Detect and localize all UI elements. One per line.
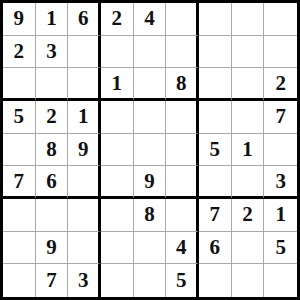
sudoku-board: 916242318252178951769387219465735: [0, 0, 300, 300]
sudoku-cell-empty-r2c3[interactable]: [68, 36, 101, 69]
sudoku-cell-empty-r3c2[interactable]: [36, 68, 69, 101]
sudoku-cell-given-r3c6: 8: [166, 68, 199, 101]
sudoku-cell-empty-r4c5[interactable]: [134, 101, 167, 134]
sudoku-cell-given-r5c2: 8: [36, 134, 69, 167]
sudoku-cell-empty-r9c8[interactable]: [232, 264, 265, 297]
sudoku-cell-given-r8c2: 9: [36, 232, 69, 265]
sudoku-cell-given-r1c4: 2: [101, 3, 134, 36]
sudoku-cell-empty-r4c4[interactable]: [101, 101, 134, 134]
sudoku-cell-given-r7c9: 1: [264, 199, 297, 232]
sudoku-cell-empty-r8c5[interactable]: [134, 232, 167, 265]
sudoku-cell-given-r2c2: 3: [36, 36, 69, 69]
sudoku-cell-empty-r2c4[interactable]: [101, 36, 134, 69]
sudoku-cell-given-r1c5: 4: [134, 3, 167, 36]
sudoku-cell-given-r1c1: 9: [3, 3, 36, 36]
sudoku-cell-empty-r2c5[interactable]: [134, 36, 167, 69]
sudoku-cell-empty-r9c5[interactable]: [134, 264, 167, 297]
sudoku-cell-empty-r8c3[interactable]: [68, 232, 101, 265]
sudoku-cell-empty-r5c6[interactable]: [166, 134, 199, 167]
sudoku-cell-given-r5c8: 1: [232, 134, 265, 167]
sudoku-cell-empty-r3c1[interactable]: [3, 68, 36, 101]
sudoku-cell-given-r7c7: 7: [199, 199, 232, 232]
sudoku-cell-empty-r1c8[interactable]: [232, 3, 265, 36]
sudoku-cell-given-r8c7: 6: [199, 232, 232, 265]
sudoku-cell-empty-r5c9[interactable]: [264, 134, 297, 167]
sudoku-cell-given-r6c5: 9: [134, 166, 167, 199]
sudoku-cell-given-r4c1: 5: [3, 101, 36, 134]
sudoku-cell-empty-r3c3[interactable]: [68, 68, 101, 101]
sudoku-cell-empty-r8c8[interactable]: [232, 232, 265, 265]
sudoku-cell-given-r6c2: 6: [36, 166, 69, 199]
sudoku-cell-empty-r5c4[interactable]: [101, 134, 134, 167]
sudoku-cell-given-r1c3: 6: [68, 3, 101, 36]
sudoku-cell-empty-r4c6[interactable]: [166, 101, 199, 134]
sudoku-cell-given-r6c1: 7: [3, 166, 36, 199]
sudoku-cell-empty-r3c5[interactable]: [134, 68, 167, 101]
sudoku-cell-given-r4c2: 2: [36, 101, 69, 134]
sudoku-cell-given-r9c6: 5: [166, 264, 199, 297]
sudoku-cell-given-r5c3: 9: [68, 134, 101, 167]
sudoku-cell-empty-r7c2[interactable]: [36, 199, 69, 232]
sudoku-cell-empty-r1c9[interactable]: [264, 3, 297, 36]
sudoku-cell-empty-r3c8[interactable]: [232, 68, 265, 101]
sudoku-cell-empty-r6c4[interactable]: [101, 166, 134, 199]
sudoku-cell-empty-r5c1[interactable]: [3, 134, 36, 167]
sudoku-cell-given-r2c1: 2: [3, 36, 36, 69]
sudoku-cell-empty-r9c7[interactable]: [199, 264, 232, 297]
sudoku-cell-given-r4c3: 1: [68, 101, 101, 134]
sudoku-cell-given-r9c3: 3: [68, 264, 101, 297]
sudoku-cell-empty-r6c6[interactable]: [166, 166, 199, 199]
sudoku-cell-empty-r9c4[interactable]: [101, 264, 134, 297]
sudoku-cell-given-r6c9: 3: [264, 166, 297, 199]
sudoku-cell-given-r8c9: 5: [264, 232, 297, 265]
sudoku-cell-empty-r7c3[interactable]: [68, 199, 101, 232]
sudoku-cell-empty-r7c1[interactable]: [3, 199, 36, 232]
sudoku-cell-given-r5c7: 5: [199, 134, 232, 167]
sudoku-cell-given-r9c2: 7: [36, 264, 69, 297]
sudoku-cell-empty-r1c6[interactable]: [166, 3, 199, 36]
sudoku-cell-empty-r7c4[interactable]: [101, 199, 134, 232]
sudoku-cell-empty-r6c3[interactable]: [68, 166, 101, 199]
sudoku-cell-given-r3c4: 1: [101, 68, 134, 101]
sudoku-cell-empty-r2c7[interactable]: [199, 36, 232, 69]
sudoku-cell-empty-r3c7[interactable]: [199, 68, 232, 101]
sudoku-cell-empty-r4c7[interactable]: [199, 101, 232, 134]
sudoku-cell-empty-r1c7[interactable]: [199, 3, 232, 36]
sudoku-cell-empty-r7c6[interactable]: [166, 199, 199, 232]
sudoku-cell-empty-r9c1[interactable]: [3, 264, 36, 297]
sudoku-cell-given-r7c5: 8: [134, 199, 167, 232]
sudoku-cell-given-r4c9: 7: [264, 101, 297, 134]
sudoku-cell-given-r8c6: 4: [166, 232, 199, 265]
sudoku-cell-empty-r6c7[interactable]: [199, 166, 232, 199]
sudoku-cell-given-r3c9: 2: [264, 68, 297, 101]
sudoku-cell-given-r1c2: 1: [36, 3, 69, 36]
sudoku-cell-empty-r8c1[interactable]: [3, 232, 36, 265]
sudoku-cell-empty-r8c4[interactable]: [101, 232, 134, 265]
sudoku-cell-empty-r2c9[interactable]: [264, 36, 297, 69]
sudoku-cell-empty-r5c5[interactable]: [134, 134, 167, 167]
sudoku-cell-empty-r4c8[interactable]: [232, 101, 265, 134]
sudoku-cell-empty-r2c8[interactable]: [232, 36, 265, 69]
sudoku-cell-empty-r6c8[interactable]: [232, 166, 265, 199]
sudoku-cell-empty-r9c9[interactable]: [264, 264, 297, 297]
sudoku-cell-empty-r2c6[interactable]: [166, 36, 199, 69]
sudoku-cell-given-r7c8: 2: [232, 199, 265, 232]
